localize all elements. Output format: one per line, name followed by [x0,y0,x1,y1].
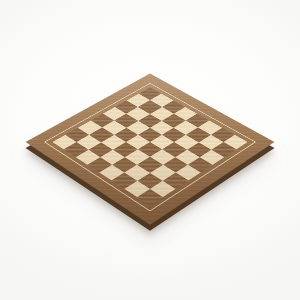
playing-field [52,87,247,205]
chess-board [26,74,275,225]
product-photo-background [0,0,300,300]
